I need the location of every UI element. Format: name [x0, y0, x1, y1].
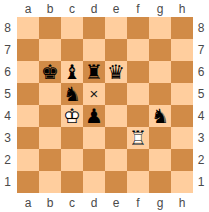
rank-label-3-right: 3	[193, 127, 209, 149]
black-knight-glyph: ♞	[61, 83, 83, 105]
black-bishop-glyph: ♝	[61, 61, 83, 83]
file-label-c-top: c	[61, 0, 83, 17]
file-labels-top: abcdefgh	[17, 0, 193, 17]
square-d2[interactable]	[83, 149, 105, 171]
square-h6[interactable]	[171, 61, 193, 83]
square-a6[interactable]	[17, 61, 39, 83]
square-g4[interactable]: ♞	[149, 105, 171, 127]
square-e7[interactable]	[105, 39, 127, 61]
square-d4[interactable]: ♟	[83, 105, 105, 127]
rank-label-6-left: 6	[0, 61, 15, 83]
file-label-d-bottom: d	[83, 193, 105, 212]
rank-label-7-right: 7	[193, 39, 209, 61]
black-king-icon[interactable]: ♚	[39, 61, 61, 83]
square-h3[interactable]	[171, 127, 193, 149]
file-label-b-top: b	[39, 0, 61, 17]
square-f2[interactable]	[127, 149, 149, 171]
square-d3[interactable]	[83, 127, 105, 149]
square-b2[interactable]	[39, 149, 61, 171]
rank-label-5-right: 5	[193, 83, 209, 105]
black-knight-glyph: ♞	[149, 105, 171, 127]
square-d8[interactable]	[83, 17, 105, 39]
square-b4[interactable]	[39, 105, 61, 127]
square-b8[interactable]	[39, 17, 61, 39]
black-queen-glyph: ♛	[105, 61, 127, 83]
white-king-icon[interactable]: ♚♔	[61, 105, 83, 127]
file-label-h-top: h	[171, 0, 193, 17]
square-g6[interactable]	[149, 61, 171, 83]
square-h5[interactable]	[171, 83, 193, 105]
square-b6[interactable]: ♚	[39, 61, 61, 83]
rank-label-5-left: 5	[0, 83, 15, 105]
square-d1[interactable]	[83, 171, 105, 193]
square-f7[interactable]	[127, 39, 149, 61]
square-e6[interactable]: ♛	[105, 61, 127, 83]
file-label-f-bottom: f	[127, 193, 149, 212]
file-labels-bottom: abcdefgh	[17, 193, 193, 212]
square-c2[interactable]	[61, 149, 83, 171]
square-a4[interactable]	[17, 105, 39, 127]
black-king-glyph: ♚	[39, 61, 61, 83]
square-b1[interactable]	[39, 171, 61, 193]
square-f5[interactable]	[127, 83, 149, 105]
rank-labels-left: 87654321	[0, 17, 15, 193]
square-g8[interactable]	[149, 17, 171, 39]
square-c3[interactable]	[61, 127, 83, 149]
square-d5[interactable]: ×	[83, 83, 105, 105]
square-c5[interactable]: ♞	[61, 83, 83, 105]
square-f8[interactable]	[127, 17, 149, 39]
file-label-d-top: d	[83, 0, 105, 17]
square-c6[interactable]: ♝	[61, 61, 83, 83]
black-knight-icon[interactable]: ♞	[149, 105, 171, 127]
square-a5[interactable]	[17, 83, 39, 105]
black-pawn-icon[interactable]: ♟	[83, 105, 105, 127]
square-a1[interactable]	[17, 171, 39, 193]
square-b3[interactable]	[39, 127, 61, 149]
rank-label-1-left: 1	[0, 171, 15, 193]
file-label-e-bottom: e	[105, 193, 127, 212]
file-label-f-top: f	[127, 0, 149, 17]
square-e5[interactable]	[105, 83, 127, 105]
square-c1[interactable]	[61, 171, 83, 193]
white-rook-body: ♜	[127, 127, 149, 149]
file-label-e-top: e	[105, 0, 127, 17]
rank-label-4-right: 4	[193, 105, 209, 127]
square-a2[interactable]	[17, 149, 39, 171]
square-c4[interactable]: ♚♔	[61, 105, 83, 127]
square-b7[interactable]	[39, 39, 61, 61]
square-b5[interactable]	[39, 83, 61, 105]
square-g1[interactable]	[149, 171, 171, 193]
rank-label-2-left: 2	[0, 149, 15, 171]
black-knight-icon[interactable]: ♞	[61, 83, 83, 105]
square-e2[interactable]	[105, 149, 127, 171]
square-a3[interactable]	[17, 127, 39, 149]
rank-label-8-left: 8	[0, 17, 15, 39]
black-rook-icon[interactable]: ♜	[83, 61, 105, 83]
square-g2[interactable]	[149, 149, 171, 171]
file-label-c-bottom: c	[61, 193, 83, 212]
square-g7[interactable]	[149, 39, 171, 61]
square-e3[interactable]	[105, 127, 127, 149]
white-rook-outline: ♖	[127, 127, 149, 149]
square-a7[interactable]	[17, 39, 39, 61]
x-mark-annotation: ×	[83, 83, 105, 105]
square-d7[interactable]	[83, 39, 105, 61]
file-label-a-bottom: a	[17, 193, 39, 212]
white-king-body: ♚	[61, 105, 83, 127]
file-label-b-bottom: b	[39, 193, 61, 212]
chess-diagram: abcdefgh abcdefgh 87654321 87654321 ♚♝♜♛…	[0, 0, 209, 212]
file-label-g-top: g	[149, 0, 171, 17]
square-a8[interactable]	[17, 17, 39, 39]
white-king-outline: ♔	[61, 105, 83, 127]
rank-label-7-left: 7	[0, 39, 15, 61]
file-label-a-top: a	[17, 0, 39, 17]
black-bishop-icon[interactable]: ♝	[61, 61, 83, 83]
square-h2[interactable]	[171, 149, 193, 171]
square-h4[interactable]	[171, 105, 193, 127]
square-f6[interactable]	[127, 61, 149, 83]
rank-label-2-right: 2	[193, 149, 209, 171]
black-pawn-glyph: ♟	[83, 105, 105, 127]
file-label-h-bottom: h	[171, 193, 193, 212]
square-f1[interactable]	[127, 171, 149, 193]
square-h8[interactable]	[171, 17, 193, 39]
square-g3[interactable]	[149, 127, 171, 149]
square-c7[interactable]	[61, 39, 83, 61]
square-d6[interactable]: ♜	[83, 61, 105, 83]
file-label-g-bottom: g	[149, 193, 171, 212]
square-f3[interactable]: ♜♖	[127, 127, 149, 149]
rank-label-3-left: 3	[0, 127, 15, 149]
square-e1[interactable]	[105, 171, 127, 193]
white-rook-icon[interactable]: ♜♖	[127, 127, 149, 149]
square-e4[interactable]	[105, 105, 127, 127]
chess-board: ♚♝♜♛♞×♚♔♟♞♜♖	[17, 17, 193, 193]
square-e8[interactable]	[105, 17, 127, 39]
rank-labels-right: 87654321	[193, 17, 209, 193]
rank-label-1-right: 1	[193, 171, 209, 193]
square-h1[interactable]	[171, 171, 193, 193]
square-h7[interactable]	[171, 39, 193, 61]
black-rook-glyph: ♜	[83, 61, 105, 83]
square-g5[interactable]	[149, 83, 171, 105]
black-queen-icon[interactable]: ♛	[105, 61, 127, 83]
rank-label-6-right: 6	[193, 61, 209, 83]
rank-label-4-left: 4	[0, 105, 15, 127]
square-c8[interactable]	[61, 17, 83, 39]
rank-label-8-right: 8	[193, 17, 209, 39]
square-f4[interactable]	[127, 105, 149, 127]
